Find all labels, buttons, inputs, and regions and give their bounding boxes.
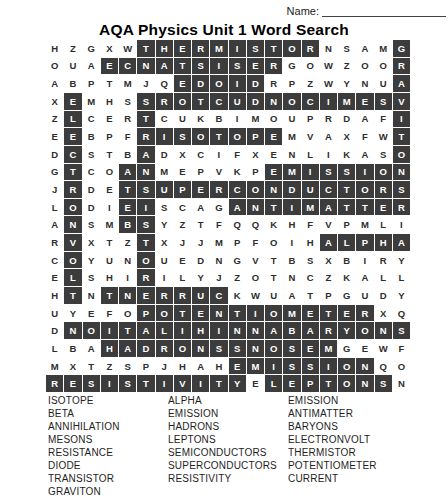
grid-cell[interactable]: J [46, 181, 63, 198]
grid-cell[interactable]: O [356, 322, 373, 339]
grid-cell[interactable]: O [229, 128, 246, 145]
grid-cell[interactable]: G [338, 340, 355, 357]
grid-cell[interactable]: S [338, 164, 355, 181]
grid-cell[interactable]: A [356, 146, 373, 163]
grid-cell[interactable]: X [46, 93, 63, 110]
grid-cell[interactable]: D [338, 111, 355, 128]
grid-cell[interactable]: V [210, 164, 227, 181]
grid-cell[interactable]: I [156, 375, 173, 392]
grid-cell[interactable]: E [101, 111, 118, 128]
grid-cell[interactable]: H [375, 234, 392, 251]
grid-cell[interactable]: G [338, 287, 355, 304]
grid-cell[interactable]: I [229, 40, 246, 57]
grid-cell[interactable]: I [101, 199, 118, 216]
grid-cell[interactable]: E [338, 305, 355, 322]
grid-cell[interactable]: R [137, 128, 154, 145]
grid-cell[interactable]: A [393, 75, 410, 92]
grid-cell[interactable]: S [174, 128, 191, 145]
grid-cell[interactable]: I [320, 146, 337, 163]
grid-cell[interactable]: D [83, 181, 100, 198]
grid-cell[interactable]: N [192, 340, 209, 357]
grid-cell[interactable]: M [320, 340, 337, 357]
grid-cell[interactable]: L [375, 216, 392, 233]
grid-cell[interactable]: A [320, 234, 337, 251]
grid-cell[interactable]: L [156, 322, 173, 339]
grid-cell[interactable]: G [83, 40, 100, 57]
grid-cell[interactable]: Y [393, 287, 410, 304]
grid-cell[interactable]: I [229, 75, 246, 92]
grid-cell[interactable]: C [229, 181, 246, 198]
grid-cell[interactable]: S [229, 340, 246, 357]
grid-cell[interactable]: G [46, 164, 63, 181]
grid-cell[interactable]: S [283, 340, 300, 357]
grid-cell[interactable]: O [46, 58, 63, 75]
grid-cell[interactable]: T [192, 216, 209, 233]
grid-cell[interactable]: E [46, 128, 63, 145]
grid-cell[interactable]: S [229, 58, 246, 75]
grid-cell[interactable]: P [302, 111, 319, 128]
grid-cell[interactable]: U [283, 111, 300, 128]
grid-cell[interactable]: E [174, 252, 191, 269]
grid-cell[interactable]: S [137, 181, 154, 198]
grid-cell[interactable]: X [320, 252, 337, 269]
grid-cell[interactable]: R [46, 234, 63, 251]
grid-cell[interactable]: Y [338, 322, 355, 339]
grid-cell[interactable]: R [156, 93, 173, 110]
grid-cell[interactable]: N [64, 322, 81, 339]
grid-cell[interactable]: E [375, 199, 392, 216]
grid-cell[interactable]: A [320, 199, 337, 216]
grid-cell[interactable]: T [356, 199, 373, 216]
grid-cell[interactable]: T [210, 375, 227, 392]
grid-cell[interactable]: O [101, 164, 118, 181]
grid-cell[interactable]: Z [302, 75, 319, 92]
grid-cell[interactable]: I [174, 322, 191, 339]
grid-cell[interactable]: D [247, 93, 264, 110]
grid-cell[interactable]: N [137, 58, 154, 75]
grid-cell[interactable]: A [83, 58, 100, 75]
grid-cell[interactable]: V [247, 252, 264, 269]
grid-cell[interactable]: O [265, 340, 282, 357]
grid-cell[interactable]: C [64, 146, 81, 163]
grid-cell[interactable]: O [302, 58, 319, 75]
grid-cell[interactable]: Q [247, 216, 264, 233]
grid-cell[interactable]: I [119, 269, 136, 286]
grid-cell[interactable]: P [247, 128, 264, 145]
grid-cell[interactable]: Y [83, 252, 100, 269]
grid-cell[interactable]: R [64, 181, 81, 198]
grid-cell[interactable]: R [302, 40, 319, 57]
grid-cell[interactable]: I [302, 164, 319, 181]
grid-cell[interactable]: D [156, 146, 173, 163]
grid-cell[interactable]: D [283, 181, 300, 198]
grid-cell[interactable]: U [265, 287, 282, 304]
grid-cell[interactable]: O [210, 75, 227, 92]
grid-cell[interactable]: E [302, 305, 319, 322]
grid-cell[interactable]: B [64, 75, 81, 92]
grid-cell[interactable]: M [302, 199, 319, 216]
grid-cell[interactable]: E [174, 40, 191, 57]
grid-cell[interactable]: U [229, 93, 246, 110]
grid-cell[interactable]: L [64, 111, 81, 128]
grid-cell[interactable]: T [101, 287, 118, 304]
grid-cell[interactable]: E [356, 93, 373, 110]
grid-cell[interactable]: O [64, 199, 81, 216]
grid-cell[interactable]: S [83, 269, 100, 286]
grid-cell[interactable]: L [302, 146, 319, 163]
grid-cell[interactable]: T [338, 181, 355, 198]
grid-cell[interactable]: N [247, 199, 264, 216]
grid-cell[interactable]: E [46, 269, 63, 286]
grid-cell[interactable]: T [119, 322, 136, 339]
grid-cell[interactable]: S [83, 146, 100, 163]
grid-cell[interactable]: S [338, 40, 355, 57]
grid-cell[interactable]: U [156, 181, 173, 198]
grid-cell[interactable]: I [156, 269, 173, 286]
grid-cell[interactable]: L [46, 340, 63, 357]
grid-cell[interactable]: D [137, 340, 154, 357]
grid-cell[interactable]: D [247, 75, 264, 92]
grid-cell[interactable]: N [265, 93, 282, 110]
grid-cell[interactable]: L [338, 234, 355, 251]
grid-cell[interactable]: S [119, 375, 136, 392]
grid-cell[interactable]: S [83, 375, 100, 392]
grid-cell[interactable]: T [174, 58, 191, 75]
grid-cell[interactable]: W [320, 58, 337, 75]
grid-cell[interactable]: T [64, 164, 81, 181]
grid-cell[interactable]: K [338, 269, 355, 286]
grid-cell[interactable]: K [229, 164, 246, 181]
grid-cell[interactable]: I [210, 322, 227, 339]
grid-cell[interactable]: O [283, 93, 300, 110]
grid-cell[interactable]: N [356, 358, 373, 375]
grid-cell[interactable]: M [283, 305, 300, 322]
grid-cell[interactable]: D [46, 322, 63, 339]
grid-cell[interactable]: O [174, 340, 191, 357]
grid-cell[interactable]: R [356, 305, 373, 322]
grid-cell[interactable]: X [64, 358, 81, 375]
grid-cell[interactable]: U [64, 58, 81, 75]
grid-cell[interactable]: Z [174, 216, 191, 233]
grid-cell[interactable]: H [46, 40, 63, 57]
grid-cell[interactable]: O [192, 128, 209, 145]
grid-cell[interactable]: C [174, 199, 191, 216]
grid-cell[interactable]: O [393, 146, 410, 163]
grid-cell[interactable]: G [210, 199, 227, 216]
grid-cell[interactable]: P [302, 375, 319, 392]
grid-cell[interactable]: Y [229, 375, 246, 392]
grid-cell[interactable]: C [156, 111, 173, 128]
grid-cell[interactable]: N [137, 164, 154, 181]
grid-cell[interactable]: U [192, 287, 209, 304]
grid-cell[interactable]: C [192, 146, 209, 163]
grid-cell[interactable]: I [229, 111, 246, 128]
grid-cell[interactable]: N [119, 287, 136, 304]
grid-cell[interactable]: R [174, 287, 191, 304]
grid-cell[interactable]: P [174, 181, 191, 198]
grid-cell[interactable]: K [338, 146, 355, 163]
grid-cell[interactable]: F [101, 305, 118, 322]
grid-cell[interactable]: V [64, 234, 81, 251]
grid-cell[interactable]: M [46, 358, 63, 375]
grid-cell[interactable]: D [46, 146, 63, 163]
grid-cell[interactable]: T [302, 287, 319, 304]
grid-cell[interactable]: S [119, 358, 136, 375]
grid-cell[interactable]: T [210, 128, 227, 145]
grid-cell[interactable]: T [338, 199, 355, 216]
grid-cell[interactable]: Y [64, 305, 81, 322]
grid-cell[interactable]: B [283, 322, 300, 339]
grid-cell[interactable]: O [265, 111, 282, 128]
grid-cell[interactable]: N [247, 340, 264, 357]
grid-cell[interactable]: P [101, 128, 118, 145]
grid-cell[interactable]: N [83, 287, 100, 304]
grid-cell[interactable]: M [83, 93, 100, 110]
grid-cell[interactable]: P [247, 164, 264, 181]
grid-cell[interactable]: E [302, 340, 319, 357]
grid-cell[interactable]: C [302, 93, 319, 110]
grid-cell[interactable]: M [210, 40, 227, 57]
grid-cell[interactable]: M [283, 164, 300, 181]
grid-cell[interactable]: H [156, 40, 173, 57]
grid-cell[interactable]: Z [46, 111, 63, 128]
grid-cell[interactable]: B [283, 252, 300, 269]
grid-cell[interactable]: I [283, 234, 300, 251]
grid-cell[interactable]: S [393, 322, 410, 339]
grid-cell[interactable]: E [83, 305, 100, 322]
grid-cell[interactable]: C [210, 287, 227, 304]
grid-cell[interactable]: M [247, 111, 264, 128]
grid-cell[interactable]: T [265, 199, 282, 216]
grid-cell[interactable]: I [192, 375, 209, 392]
grid-cell[interactable]: I [283, 199, 300, 216]
grid-cell[interactable]: C [46, 252, 63, 269]
grid-cell[interactable]: C [210, 93, 227, 110]
grid-cell[interactable]: A [119, 340, 136, 357]
grid-cell[interactable]: A [192, 358, 209, 375]
grid-cell[interactable]: T [174, 305, 191, 322]
grid-cell[interactable]: A [356, 111, 373, 128]
grid-cell[interactable]: E [283, 375, 300, 392]
grid-cell[interactable]: I [393, 111, 410, 128]
grid-cell[interactable]: E [265, 128, 282, 145]
grid-cell[interactable]: U [356, 287, 373, 304]
grid-cell[interactable]: T [265, 269, 282, 286]
grid-cell[interactable]: A [393, 234, 410, 251]
grid-cell[interactable]: W [320, 75, 337, 92]
grid-cell[interactable]: S [119, 93, 136, 110]
grid-cell[interactable]: J [156, 358, 173, 375]
grid-cell[interactable]: R [192, 40, 209, 57]
grid-cell[interactable]: V [174, 375, 191, 392]
grid-cell[interactable]: C [320, 181, 337, 198]
grid-cell[interactable]: R [137, 269, 154, 286]
grid-cell[interactable]: R [156, 340, 173, 357]
grid-cell[interactable]: E [192, 181, 209, 198]
grid-cell[interactable]: J [210, 269, 227, 286]
grid-cell[interactable]: E [64, 128, 81, 145]
grid-cell[interactable]: C [119, 58, 136, 75]
grid-cell[interactable]: A [265, 322, 282, 339]
grid-cell[interactable]: C [302, 269, 319, 286]
grid-cell[interactable]: Y [192, 269, 209, 286]
grid-cell[interactable]: O [265, 305, 282, 322]
grid-cell[interactable]: M [156, 164, 173, 181]
grid-cell[interactable]: N [375, 322, 392, 339]
grid-cell[interactable]: O [247, 269, 264, 286]
grid-cell[interactable]: T [101, 75, 118, 92]
grid-cell[interactable]: T [320, 375, 337, 392]
grid-cell[interactable]: A [119, 164, 136, 181]
grid-cell[interactable]: O [265, 234, 282, 251]
grid-cell[interactable]: U [302, 181, 319, 198]
grid-cell[interactable]: Z [101, 358, 118, 375]
grid-cell[interactable]: L [46, 199, 63, 216]
grid-cell[interactable]: M [119, 75, 136, 92]
grid-cell[interactable]: A [137, 322, 154, 339]
grid-cell[interactable]: Z [229, 269, 246, 286]
grid-cell[interactable]: N [210, 252, 227, 269]
grid-cell[interactable]: O [393, 358, 410, 375]
grid-cell[interactable]: A [302, 322, 319, 339]
grid-cell[interactable]: A [83, 340, 100, 357]
grid-cell[interactable]: G [229, 252, 246, 269]
grid-cell[interactable]: R [265, 75, 282, 92]
grid-cell[interactable]: O [83, 322, 100, 339]
grid-cell[interactable]: J [174, 234, 191, 251]
grid-cell[interactable]: N [393, 375, 410, 392]
grid-cell[interactable]: F [119, 128, 136, 145]
grid-cell[interactable]: N [210, 305, 227, 322]
grid-cell[interactable]: M [101, 216, 118, 233]
grid-cell[interactable]: S [375, 375, 392, 392]
grid-cell[interactable]: B [210, 111, 227, 128]
grid-cell[interactable]: R [265, 58, 282, 75]
grid-cell[interactable]: F [356, 128, 373, 145]
grid-cell[interactable]: N [393, 164, 410, 181]
grid-cell[interactable]: E [247, 58, 264, 75]
grid-cell[interactable]: O [356, 181, 373, 198]
grid-cell[interactable]: J [137, 75, 154, 92]
grid-cell[interactable]: N [320, 40, 337, 57]
grid-cell[interactable]: C [83, 164, 100, 181]
grid-cell[interactable]: R [375, 252, 392, 269]
grid-cell[interactable]: X [83, 234, 100, 251]
grid-cell[interactable]: M [338, 93, 355, 110]
grid-cell[interactable]: Y [393, 252, 410, 269]
grid-cell[interactable]: B [338, 252, 355, 269]
grid-cell[interactable]: M [356, 216, 373, 233]
grid-cell[interactable]: S [210, 340, 227, 357]
grid-cell[interactable]: V [302, 128, 319, 145]
grid-cell[interactable]: N [247, 322, 264, 339]
grid-cell[interactable]: S [302, 252, 319, 269]
grid-cell[interactable]: O [338, 358, 355, 375]
grid-cell[interactable]: P [283, 75, 300, 92]
grid-cell[interactable]: N [283, 146, 300, 163]
grid-cell[interactable]: I [101, 375, 118, 392]
grid-cell[interactable]: S [137, 216, 154, 233]
grid-cell[interactable]: T [137, 111, 154, 128]
grid-cell[interactable]: P [83, 75, 100, 92]
grid-cell[interactable]: A [46, 216, 63, 233]
grid-cell[interactable]: S [375, 146, 392, 163]
grid-cell[interactable]: E [64, 93, 81, 110]
grid-cell[interactable]: F [393, 340, 410, 357]
grid-cell[interactable]: R [119, 111, 136, 128]
grid-cell[interactable]: E [101, 181, 118, 198]
grid-cell[interactable]: T [265, 252, 282, 269]
grid-cell[interactable]: F [302, 216, 319, 233]
grid-cell[interactable]: F [375, 111, 392, 128]
grid-cell[interactable]: O [174, 93, 191, 110]
grid-cell[interactable]: O [356, 58, 373, 75]
grid-cell[interactable]: H [46, 287, 63, 304]
grid-cell[interactable]: R [393, 58, 410, 75]
grid-cell[interactable]: T [229, 305, 246, 322]
grid-cell[interactable]: K [265, 216, 282, 233]
grid-cell[interactable]: S [137, 93, 154, 110]
grid-cell[interactable]: J [192, 234, 209, 251]
grid-cell[interactable]: M [247, 358, 264, 375]
grid-cell[interactable]: W [375, 340, 392, 357]
grid-cell[interactable]: W [247, 287, 264, 304]
grid-cell[interactable]: V [320, 216, 337, 233]
grid-cell[interactable]: L [174, 269, 191, 286]
grid-cell[interactable]: Y [156, 216, 173, 233]
grid-cell[interactable]: R [320, 322, 337, 339]
grid-cell[interactable]: A [320, 128, 337, 145]
grid-cell[interactable]: T [192, 93, 209, 110]
grid-cell[interactable]: P [137, 358, 154, 375]
grid-cell[interactable]: H [101, 340, 118, 357]
grid-cell[interactable]: I [265, 358, 282, 375]
grid-cell[interactable]: B [64, 340, 81, 357]
grid-cell[interactable]: O [247, 181, 264, 198]
grid-cell[interactable]: O [156, 305, 173, 322]
grid-cell[interactable]: Q [393, 305, 410, 322]
grid-cell[interactable]: G [283, 58, 300, 75]
grid-cell[interactable]: Z [119, 234, 136, 251]
grid-cell[interactable]: I [393, 216, 410, 233]
grid-cell[interactable]: R [375, 181, 392, 198]
grid-cell[interactable]: H [302, 234, 319, 251]
grid-cell[interactable]: T [137, 40, 154, 57]
grid-cell[interactable]: O [338, 375, 355, 392]
grid-cell[interactable]: X [101, 40, 118, 57]
grid-cell[interactable]: C [83, 111, 100, 128]
grid-cell[interactable]: F [210, 216, 227, 233]
grid-cell[interactable]: P [192, 164, 209, 181]
grid-cell[interactable]: I [320, 358, 337, 375]
grid-cell[interactable]: T [393, 128, 410, 145]
grid-cell[interactable]: N [64, 216, 81, 233]
grid-cell[interactable]: S [302, 358, 319, 375]
grid-cell[interactable]: H [101, 93, 118, 110]
grid-cell[interactable]: U [174, 111, 191, 128]
grid-cell[interactable]: T [265, 40, 282, 57]
grid-cell[interactable]: A [283, 287, 300, 304]
grid-cell[interactable]: R [46, 375, 63, 392]
grid-cell[interactable]: Q [375, 358, 392, 375]
grid-cell[interactable]: A [192, 199, 209, 216]
grid-cell[interactable]: T [83, 358, 100, 375]
grid-cell[interactable]: X [174, 146, 191, 163]
grid-cell[interactable]: D [192, 75, 209, 92]
grid-cell[interactable]: F [229, 146, 246, 163]
grid-cell[interactable]: T [137, 234, 154, 251]
grid-cell[interactable]: L [393, 269, 410, 286]
